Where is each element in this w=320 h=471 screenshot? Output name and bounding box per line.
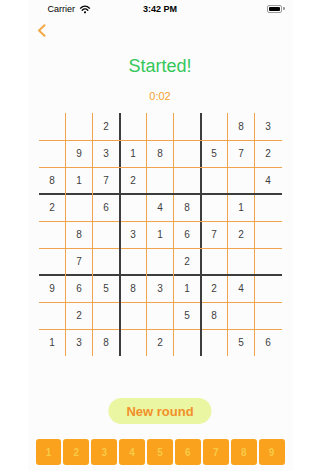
cell-r2c7[interactable]: 5 [201, 140, 228, 167]
cell-r9c3[interactable]: 8 [93, 329, 120, 356]
new-round-button[interactable]: New round [108, 398, 211, 424]
cell-r6c1[interactable] [39, 248, 66, 275]
cell-r5c2[interactable]: 8 [66, 221, 93, 248]
sudoku-board: 2839318572817242648183167272965831242581… [39, 113, 282, 356]
cell-r4c2[interactable] [66, 194, 93, 221]
cell-r3c2[interactable]: 1 [66, 167, 93, 194]
cell-r8c6[interactable]: 5 [174, 302, 201, 329]
cell-r8c9[interactable] [255, 302, 282, 329]
cell-r3c3[interactable]: 7 [93, 167, 120, 194]
cell-r1c6[interactable] [174, 113, 201, 140]
battery-cap [283, 7, 285, 10]
back-button[interactable] [37, 23, 51, 37]
cell-r4c5[interactable]: 4 [147, 194, 174, 221]
cell-r9c5[interactable]: 2 [147, 329, 174, 356]
cell-r5c9[interactable] [255, 221, 282, 248]
cell-r3c9[interactable]: 4 [255, 167, 282, 194]
cell-r9c8[interactable]: 5 [228, 329, 255, 356]
cell-r9c7[interactable] [201, 329, 228, 356]
chevron-left-icon [37, 23, 46, 40]
num-button-5[interactable]: 5 [147, 439, 173, 465]
cell-r1c4[interactable] [120, 113, 147, 140]
cell-r6c9[interactable] [255, 248, 282, 275]
cell-r2c5[interactable]: 8 [147, 140, 174, 167]
cell-r2c1[interactable] [39, 140, 66, 167]
status-right [267, 5, 285, 13]
cell-r7c1[interactable]: 9 [39, 275, 66, 302]
num-button-9[interactable]: 9 [259, 439, 285, 465]
num-button-8[interactable]: 8 [231, 439, 257, 465]
cell-r3c1[interactable]: 8 [39, 167, 66, 194]
cell-r1c7[interactable] [201, 113, 228, 140]
num-button-4[interactable]: 4 [119, 439, 145, 465]
cell-r5c8[interactable]: 2 [228, 221, 255, 248]
cell-r3c5[interactable] [147, 167, 174, 194]
cell-r1c1[interactable] [39, 113, 66, 140]
cell-r2c8[interactable]: 7 [228, 140, 255, 167]
cell-r3c4[interactable]: 2 [120, 167, 147, 194]
cell-r8c2[interactable]: 2 [66, 302, 93, 329]
cell-r5c3[interactable] [93, 221, 120, 248]
cell-r7c9[interactable] [255, 275, 282, 302]
cell-r6c2[interactable]: 7 [66, 248, 93, 275]
status-time: 3:42 PM [28, 4, 293, 14]
page-title: Started! [28, 56, 293, 77]
cell-r5c5[interactable]: 1 [147, 221, 174, 248]
board-cells: 2839318572817242648183167272965831242581… [39, 113, 282, 356]
cell-r1c5[interactable] [147, 113, 174, 140]
cell-r5c1[interactable] [39, 221, 66, 248]
cell-r7c8[interactable]: 4 [228, 275, 255, 302]
battery-icon [267, 5, 282, 13]
cell-r4c1[interactable]: 2 [39, 194, 66, 221]
cell-r6c4[interactable] [120, 248, 147, 275]
cell-r6c3[interactable] [93, 248, 120, 275]
cell-r2c9[interactable]: 2 [255, 140, 282, 167]
num-button-6[interactable]: 6 [175, 439, 201, 465]
number-pad: 1 2 3 4 5 6 7 8 9 [36, 439, 285, 465]
num-button-2[interactable]: 2 [63, 439, 89, 465]
cell-r4c8[interactable]: 1 [228, 194, 255, 221]
cell-r7c2[interactable]: 6 [66, 275, 93, 302]
cell-r9c6[interactable] [174, 329, 201, 356]
cell-r8c4[interactable] [120, 302, 147, 329]
cell-r8c7[interactable]: 8 [201, 302, 228, 329]
cell-r9c2[interactable]: 3 [66, 329, 93, 356]
cell-r3c8[interactable] [228, 167, 255, 194]
cell-r4c4[interactable] [120, 194, 147, 221]
status-bar: 3:42 PM Carrier [28, 0, 293, 17]
cell-r5c4[interactable]: 3 [120, 221, 147, 248]
cell-r4c9[interactable] [255, 194, 282, 221]
cell-r5c6[interactable]: 6 [174, 221, 201, 248]
cell-r9c4[interactable] [120, 329, 147, 356]
cell-r6c8[interactable] [228, 248, 255, 275]
cell-r2c4[interactable]: 1 [120, 140, 147, 167]
cell-r8c1[interactable] [39, 302, 66, 329]
cell-r1c2[interactable] [66, 113, 93, 140]
cell-r6c5[interactable] [147, 248, 174, 275]
num-button-1[interactable]: 1 [36, 439, 62, 465]
cell-r4c6[interactable]: 8 [174, 194, 201, 221]
game-timer: 0:02 [28, 90, 293, 102]
cell-r2c2[interactable]: 9 [66, 140, 93, 167]
cell-r2c3[interactable]: 3 [93, 140, 120, 167]
cell-r7c6[interactable]: 1 [174, 275, 201, 302]
cell-r1c9[interactable]: 3 [255, 113, 282, 140]
cell-r7c3[interactable]: 5 [93, 275, 120, 302]
cell-r8c5[interactable] [147, 302, 174, 329]
cell-r7c7[interactable]: 2 [201, 275, 228, 302]
cell-r3c6[interactable] [174, 167, 201, 194]
cell-r9c9[interactable]: 6 [255, 329, 282, 356]
sudoku-app-screen: 3:42 PM Carrier Started! 0:02 283931857 [28, 0, 293, 471]
num-button-7[interactable]: 7 [203, 439, 229, 465]
cell-r8c8[interactable] [228, 302, 255, 329]
cell-r2c6[interactable] [174, 140, 201, 167]
cell-r5c7[interactable]: 7 [201, 221, 228, 248]
cell-r3c7[interactable] [201, 167, 228, 194]
cell-r7c5[interactable]: 3 [147, 275, 174, 302]
cell-r4c7[interactable] [201, 194, 228, 221]
cell-r6c6[interactable]: 2 [174, 248, 201, 275]
cell-r7c4[interactable]: 8 [120, 275, 147, 302]
cell-r1c8[interactable]: 8 [228, 113, 255, 140]
num-button-3[interactable]: 3 [91, 439, 117, 465]
cell-r4c3[interactable]: 6 [93, 194, 120, 221]
cell-r8c3[interactable] [93, 302, 120, 329]
cell-r1c3[interactable]: 2 [93, 113, 120, 140]
cell-r6c7[interactable] [201, 248, 228, 275]
cell-r9c1[interactable]: 1 [39, 329, 66, 356]
